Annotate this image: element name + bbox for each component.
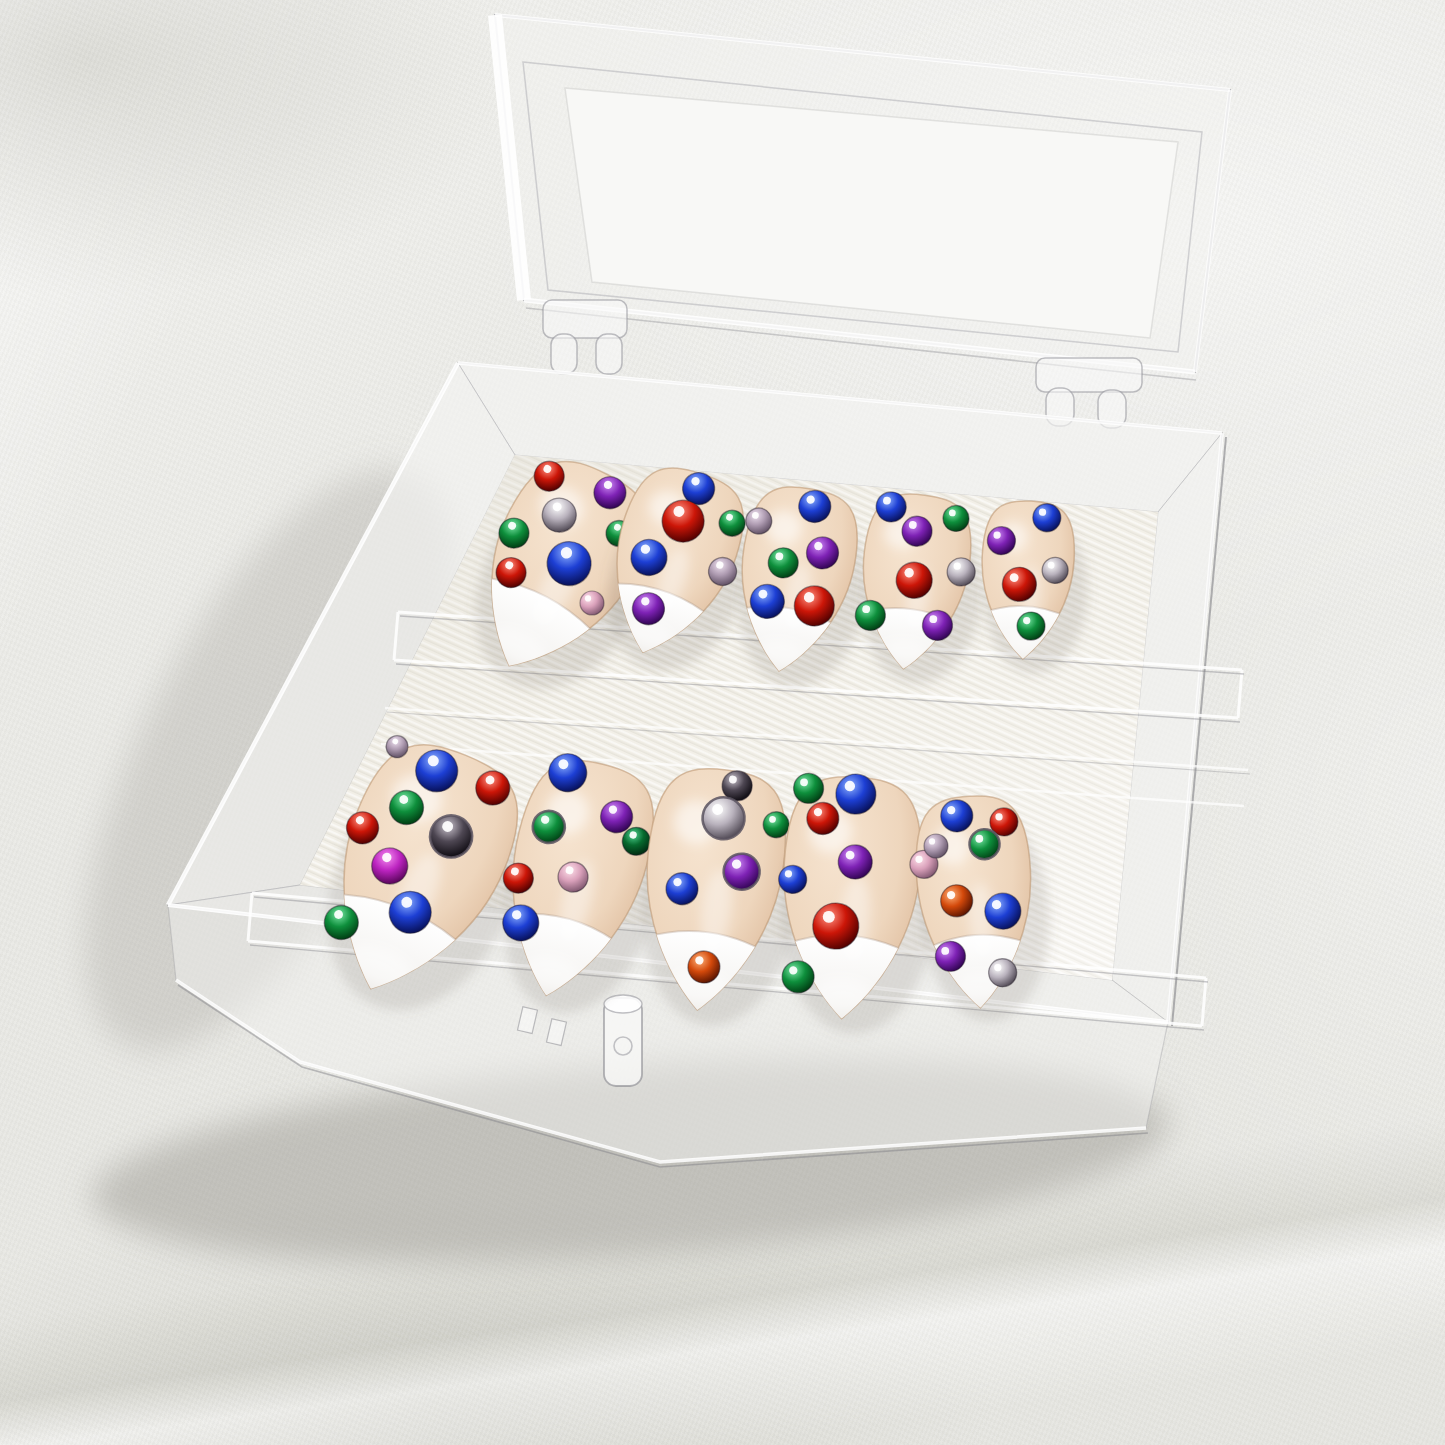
rhinestone-silver bbox=[988, 958, 1017, 987]
rhinestone-orange bbox=[940, 884, 974, 918]
front-clasp bbox=[604, 995, 642, 1086]
storage-case-scene bbox=[0, 0, 1445, 1445]
rhinestone-purple bbox=[935, 941, 967, 973]
loose-rhinestone-pink bbox=[580, 591, 604, 615]
rhinestone-blue bbox=[940, 799, 974, 833]
rhinestone-blue bbox=[1032, 503, 1061, 532]
product-photo bbox=[0, 0, 1445, 1445]
rhinestone-silver bbox=[1041, 557, 1068, 584]
lid-hinge-left bbox=[543, 300, 627, 374]
loose-rhinestone-lavender bbox=[924, 834, 948, 858]
rhinestone-purple bbox=[987, 526, 1016, 555]
rhinestone-green bbox=[1016, 611, 1045, 640]
rhinestone-green bbox=[969, 828, 1001, 860]
